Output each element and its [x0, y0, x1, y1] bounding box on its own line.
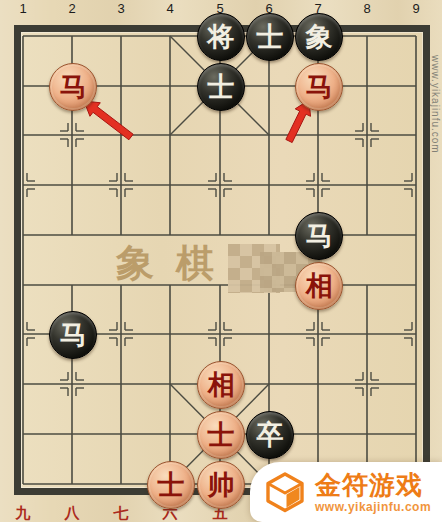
cube-logo-icon [264, 471, 306, 513]
piece-black-horse[interactable]: 马 [49, 311, 97, 359]
piece-black-pawn[interactable]: 卒 [246, 411, 294, 459]
piece-red-advisor[interactable]: 士 [147, 461, 195, 509]
piece-red-general[interactable]: 帅 [197, 461, 245, 509]
piece-red-elephant[interactable]: 相 [295, 262, 343, 310]
move-arrow [84, 101, 133, 140]
logo-text: 金符游戏 www.yikajinfu.com [315, 472, 431, 513]
logo-title: 金符游戏 [315, 472, 431, 498]
logo-url: www.yikajinfu.com [315, 501, 431, 513]
piece-red-advisor[interactable]: 士 [197, 411, 245, 459]
piece-black-advisor[interactable]: 士 [246, 13, 294, 61]
piece-black-advisor[interactable]: 士 [197, 63, 245, 111]
piece-red-horse[interactable]: 马 [49, 63, 97, 111]
logo-badge[interactable]: 金符游戏 www.yikajinfu.com [250, 462, 442, 522]
piece-black-horse[interactable]: 马 [295, 212, 343, 260]
piece-black-elephant[interactable]: 象 [295, 13, 343, 61]
xiangqi-board-screenshot: 123456789 象棋 将士象士马马马相马相士卒士帅 九八七六五四三二一 ww… [0, 0, 442, 522]
piece-red-horse[interactable]: 马 [295, 63, 343, 111]
piece-black-general[interactable]: 将 [197, 13, 245, 61]
piece-red-elephant[interactable]: 相 [197, 361, 245, 409]
